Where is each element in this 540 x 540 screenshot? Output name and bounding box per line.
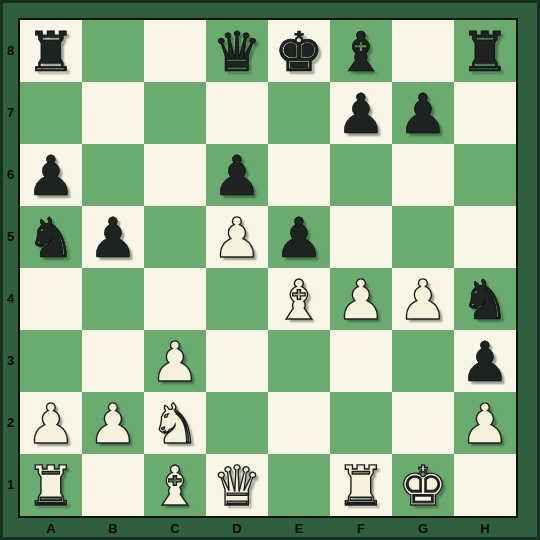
- board-grid: ♜♛♚♝♜♟♟♟♟♞♟♟♟♝♟♟♞♟♟♟♟♞♟♜♝♛♜♚: [18, 18, 518, 518]
- square-g3[interactable]: [392, 330, 454, 392]
- square-f8[interactable]: ♝: [330, 20, 392, 82]
- white-king-g1[interactable]: ♚: [398, 455, 447, 517]
- white-bishop-c1[interactable]: ♝: [150, 455, 199, 517]
- black-pawn-g7[interactable]: ♟: [398, 83, 447, 145]
- square-b5[interactable]: ♟: [82, 206, 144, 268]
- square-e1[interactable]: [268, 454, 330, 516]
- square-h6[interactable]: [454, 144, 516, 206]
- square-a7[interactable]: [20, 82, 82, 144]
- rank-label-8: 8: [3, 20, 18, 82]
- square-b2[interactable]: ♟: [82, 392, 144, 454]
- square-a4[interactable]: [20, 268, 82, 330]
- square-g8[interactable]: [392, 20, 454, 82]
- square-c3[interactable]: ♟: [144, 330, 206, 392]
- white-pawn-a2[interactable]: ♟: [26, 393, 75, 455]
- file-labels: ABCDEFGH: [20, 520, 516, 540]
- square-a3[interactable]: [20, 330, 82, 392]
- square-h7[interactable]: [454, 82, 516, 144]
- square-f3[interactable]: [330, 330, 392, 392]
- square-c5[interactable]: [144, 206, 206, 268]
- square-g7[interactable]: ♟: [392, 82, 454, 144]
- black-pawn-d6[interactable]: ♟: [212, 145, 261, 207]
- square-d6[interactable]: ♟: [206, 144, 268, 206]
- square-a2[interactable]: ♟: [20, 392, 82, 454]
- white-pawn-b2[interactable]: ♟: [88, 393, 137, 455]
- square-c8[interactable]: [144, 20, 206, 82]
- black-pawn-e5[interactable]: ♟: [274, 207, 323, 269]
- file-label-h: H: [454, 520, 516, 540]
- rank-label-7: 7: [3, 82, 18, 144]
- rank-label-2: 2: [3, 392, 18, 454]
- square-b7[interactable]: [82, 82, 144, 144]
- black-pawn-b5[interactable]: ♟: [88, 207, 137, 269]
- square-e5[interactable]: ♟: [268, 206, 330, 268]
- square-e3[interactable]: [268, 330, 330, 392]
- square-h4[interactable]: ♞: [454, 268, 516, 330]
- file-label-d: D: [206, 520, 268, 540]
- rank-label-1: 1: [3, 454, 18, 516]
- square-d5[interactable]: ♟: [206, 206, 268, 268]
- file-label-b: B: [82, 520, 144, 540]
- black-king-e8[interactable]: ♚: [274, 21, 323, 83]
- square-c1[interactable]: ♝: [144, 454, 206, 516]
- square-a1[interactable]: ♜: [20, 454, 82, 516]
- white-pawn-h2[interactable]: ♟: [460, 393, 509, 455]
- black-pawn-a6[interactable]: ♟: [26, 145, 75, 207]
- square-g5[interactable]: [392, 206, 454, 268]
- black-knight-h4[interactable]: ♞: [460, 269, 509, 331]
- white-rook-a1[interactable]: ♜: [26, 455, 75, 517]
- rank-label-4: 4: [3, 268, 18, 330]
- square-a5[interactable]: ♞: [20, 206, 82, 268]
- black-knight-a5[interactable]: ♞: [26, 207, 75, 269]
- square-b4[interactable]: [82, 268, 144, 330]
- black-rook-h8[interactable]: ♜: [460, 21, 509, 83]
- black-pawn-f7[interactable]: ♟: [336, 83, 385, 145]
- square-a6[interactable]: ♟: [20, 144, 82, 206]
- square-g4[interactable]: ♟: [392, 268, 454, 330]
- square-f4[interactable]: ♟: [330, 268, 392, 330]
- file-label-f: F: [330, 520, 392, 540]
- file-label-e: E: [268, 520, 330, 540]
- file-label-a: A: [20, 520, 82, 540]
- square-c2[interactable]: ♞: [144, 392, 206, 454]
- rank-label-6: 6: [3, 144, 18, 206]
- square-e7[interactable]: [268, 82, 330, 144]
- square-d7[interactable]: [206, 82, 268, 144]
- square-g2[interactable]: [392, 392, 454, 454]
- square-f7[interactable]: ♟: [330, 82, 392, 144]
- white-pawn-g4[interactable]: ♟: [398, 269, 447, 331]
- square-h8[interactable]: ♜: [454, 20, 516, 82]
- square-h5[interactable]: [454, 206, 516, 268]
- square-h3[interactable]: ♟: [454, 330, 516, 392]
- white-pawn-f4[interactable]: ♟: [336, 269, 385, 331]
- square-d8[interactable]: ♛: [206, 20, 268, 82]
- square-d1[interactable]: ♛: [206, 454, 268, 516]
- square-d3[interactable]: [206, 330, 268, 392]
- rank-labels: 87654321: [3, 20, 18, 516]
- chessboard-frame: ♜♛♚♝♜♟♟♟♟♞♟♟♟♝♟♟♞♟♟♟♟♞♟♜♝♛♜♚ 87654321 AB…: [0, 0, 540, 540]
- square-b1[interactable]: [82, 454, 144, 516]
- black-queen-d8[interactable]: ♛: [212, 21, 261, 83]
- square-b8[interactable]: [82, 20, 144, 82]
- file-label-g: G: [392, 520, 454, 540]
- square-c7[interactable]: [144, 82, 206, 144]
- square-b3[interactable]: [82, 330, 144, 392]
- black-bishop-f8[interactable]: ♝: [336, 21, 385, 83]
- square-f2[interactable]: [330, 392, 392, 454]
- square-f1[interactable]: ♜: [330, 454, 392, 516]
- black-rook-a8[interactable]: ♜: [26, 21, 75, 83]
- square-b6[interactable]: [82, 144, 144, 206]
- white-queen-d1[interactable]: ♛: [212, 455, 261, 517]
- square-e8[interactable]: ♚: [268, 20, 330, 82]
- square-f6[interactable]: [330, 144, 392, 206]
- square-h1[interactable]: [454, 454, 516, 516]
- white-pawn-c3[interactable]: ♟: [150, 331, 199, 393]
- square-g1[interactable]: ♚: [392, 454, 454, 516]
- square-a8[interactable]: ♜: [20, 20, 82, 82]
- square-d4[interactable]: [206, 268, 268, 330]
- white-pawn-d5[interactable]: ♟: [212, 207, 261, 269]
- square-e6[interactable]: [268, 144, 330, 206]
- white-knight-c2[interactable]: ♞: [150, 393, 199, 455]
- square-c4[interactable]: [144, 268, 206, 330]
- file-label-c: C: [144, 520, 206, 540]
- square-e4[interactable]: ♝: [268, 268, 330, 330]
- black-pawn-h3[interactable]: ♟: [460, 331, 509, 393]
- white-bishop-e4[interactable]: ♝: [274, 269, 323, 331]
- square-c6[interactable]: [144, 144, 206, 206]
- square-g6[interactable]: [392, 144, 454, 206]
- rank-label-3: 3: [3, 330, 18, 392]
- square-f5[interactable]: [330, 206, 392, 268]
- square-e2[interactable]: [268, 392, 330, 454]
- square-d2[interactable]: [206, 392, 268, 454]
- square-h2[interactable]: ♟: [454, 392, 516, 454]
- white-rook-f1[interactable]: ♜: [336, 455, 385, 517]
- rank-label-5: 5: [3, 206, 18, 268]
